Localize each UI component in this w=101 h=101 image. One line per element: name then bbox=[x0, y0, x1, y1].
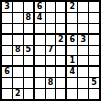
cell-r2c6[interactable] bbox=[56, 13, 66, 23]
cell-r5c3[interactable]: 5 bbox=[24, 46, 34, 56]
cell-r8c4[interactable] bbox=[35, 78, 45, 88]
cell-r7c1[interactable]: 6 bbox=[2, 67, 12, 77]
cell-r3c6[interactable] bbox=[56, 24, 66, 34]
cell-r8c2[interactable] bbox=[13, 78, 23, 88]
cell-r1c6[interactable] bbox=[56, 2, 66, 12]
cell-r7c9[interactable] bbox=[89, 67, 99, 77]
cell-r3c7[interactable] bbox=[67, 24, 77, 34]
cell-r8c5[interactable]: 8 bbox=[46, 78, 56, 88]
cell-r7c4[interactable] bbox=[35, 67, 45, 77]
cell-r3c2[interactable] bbox=[13, 24, 23, 34]
cell-r8c3[interactable] bbox=[24, 78, 34, 88]
cell-r1c9[interactable] bbox=[89, 2, 99, 12]
cell-r7c8[interactable] bbox=[78, 67, 88, 77]
cell-r9c7[interactable] bbox=[67, 89, 77, 99]
cell-r6c8[interactable] bbox=[78, 56, 88, 66]
cell-r9c8[interactable] bbox=[78, 89, 88, 99]
cell-r9c1[interactable] bbox=[2, 89, 12, 99]
cell-r1c4[interactable]: 6 bbox=[35, 2, 45, 12]
cell-r4c6[interactable]: 2 bbox=[56, 35, 66, 45]
cell-r9c9[interactable] bbox=[89, 89, 99, 99]
cell-r4c2[interactable] bbox=[13, 35, 23, 45]
cell-r7c5[interactable] bbox=[46, 67, 56, 77]
cell-r4c4[interactable] bbox=[35, 35, 45, 45]
cell-r1c7[interactable]: 2 bbox=[67, 2, 77, 12]
cell-r6c7[interactable]: 1 bbox=[67, 56, 77, 66]
cell-r5c1[interactable] bbox=[2, 46, 12, 56]
cell-r1c2[interactable] bbox=[13, 2, 23, 12]
cell-r5c6[interactable] bbox=[56, 46, 66, 56]
cell-r6c3[interactable] bbox=[24, 56, 34, 66]
sudoku-board: 36284263857164852 bbox=[0, 0, 101, 101]
cell-r8c9[interactable]: 5 bbox=[89, 78, 99, 88]
cell-r7c3[interactable] bbox=[24, 67, 34, 77]
cell-r9c4[interactable] bbox=[35, 89, 45, 99]
cell-r3c8[interactable] bbox=[78, 24, 88, 34]
cell-r6c4[interactable] bbox=[35, 56, 45, 66]
cell-r2c8[interactable] bbox=[78, 13, 88, 23]
cell-r9c6[interactable] bbox=[56, 89, 66, 99]
cell-r7c2[interactable] bbox=[13, 67, 23, 77]
cell-r1c8[interactable] bbox=[78, 2, 88, 12]
cell-r3c5[interactable] bbox=[46, 24, 56, 34]
cell-r5c8[interactable] bbox=[78, 46, 88, 56]
cell-r6c9[interactable] bbox=[89, 56, 99, 66]
cell-r2c3[interactable]: 8 bbox=[24, 13, 34, 23]
cell-r8c6[interactable] bbox=[56, 78, 66, 88]
cell-r2c9[interactable] bbox=[89, 13, 99, 23]
cell-r3c4[interactable] bbox=[35, 24, 45, 34]
cell-r8c1[interactable] bbox=[2, 78, 12, 88]
cell-r1c5[interactable] bbox=[46, 2, 56, 12]
cell-r2c5[interactable] bbox=[46, 13, 56, 23]
cell-r3c1[interactable] bbox=[2, 24, 12, 34]
cell-r2c1[interactable] bbox=[2, 13, 12, 23]
cell-r9c5[interactable] bbox=[46, 89, 56, 99]
cell-r6c5[interactable] bbox=[46, 56, 56, 66]
cell-r5c7[interactable] bbox=[67, 46, 77, 56]
cell-r5c4[interactable] bbox=[35, 46, 45, 56]
cell-r8c7[interactable] bbox=[67, 78, 77, 88]
cell-r3c3[interactable] bbox=[24, 24, 34, 34]
cell-r5c2[interactable]: 8 bbox=[13, 46, 23, 56]
cell-r6c1[interactable] bbox=[2, 56, 12, 66]
cell-r3c9[interactable] bbox=[89, 24, 99, 34]
cell-r7c7[interactable]: 4 bbox=[67, 67, 77, 77]
cell-r4c3[interactable] bbox=[24, 35, 34, 45]
cell-r7c6[interactable] bbox=[56, 67, 66, 77]
cell-r4c9[interactable] bbox=[89, 35, 99, 45]
cell-r9c3[interactable] bbox=[24, 89, 34, 99]
cell-r6c2[interactable] bbox=[13, 56, 23, 66]
cell-r2c7[interactable] bbox=[67, 13, 77, 23]
cell-r1c3[interactable] bbox=[24, 2, 34, 12]
cell-r8c8[interactable] bbox=[78, 78, 88, 88]
cell-r5c9[interactable] bbox=[89, 46, 99, 56]
cell-r4c1[interactable] bbox=[2, 35, 12, 45]
cell-r4c8[interactable]: 3 bbox=[78, 35, 88, 45]
cell-r4c5[interactable] bbox=[46, 35, 56, 45]
cell-r5c5[interactable]: 7 bbox=[46, 46, 56, 56]
cell-r6c6[interactable] bbox=[56, 56, 66, 66]
cell-r2c4[interactable]: 4 bbox=[35, 13, 45, 23]
cell-r2c2[interactable] bbox=[13, 13, 23, 23]
cell-r9c2[interactable]: 2 bbox=[13, 89, 23, 99]
cell-r4c7[interactable]: 6 bbox=[67, 35, 77, 45]
cell-r1c1[interactable]: 3 bbox=[2, 2, 12, 12]
